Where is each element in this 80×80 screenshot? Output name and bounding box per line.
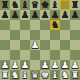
square-b5[interactable] bbox=[10, 30, 20, 40]
square-a5[interactable] bbox=[0, 30, 10, 40]
square-g6[interactable] bbox=[60, 20, 70, 30]
piece-white-knight[interactable]: ♞ bbox=[61, 70, 70, 80]
square-e6[interactable] bbox=[40, 20, 50, 30]
square-c7[interactable]: ♟ bbox=[20, 10, 30, 20]
piece-black-pawn[interactable]: ♟ bbox=[41, 10, 50, 20]
square-g4[interactable] bbox=[60, 40, 70, 50]
square-a6[interactable] bbox=[0, 20, 10, 30]
square-c6[interactable] bbox=[20, 20, 30, 30]
square-c5[interactable] bbox=[20, 30, 30, 40]
square-b7[interactable]: ♟ bbox=[10, 10, 20, 20]
piece-white-knight[interactable]: ♞ bbox=[11, 70, 20, 80]
piece-black-knight[interactable]: ♞ bbox=[51, 20, 60, 30]
square-a7[interactable]: ♟ bbox=[0, 10, 10, 20]
piece-black-pawn[interactable]: ♟ bbox=[1, 10, 10, 20]
square-d4[interactable]: ♟ bbox=[30, 40, 40, 50]
square-c4[interactable] bbox=[20, 40, 30, 50]
piece-black-pawn[interactable]: ♟ bbox=[71, 10, 80, 20]
square-e5[interactable] bbox=[40, 30, 50, 40]
square-b4[interactable] bbox=[10, 40, 20, 50]
piece-black-pawn[interactable]: ♟ bbox=[31, 10, 40, 20]
square-h5[interactable] bbox=[70, 30, 80, 40]
piece-white-rook[interactable]: ♜ bbox=[71, 70, 80, 80]
piece-black-pawn[interactable]: ♟ bbox=[21, 10, 30, 20]
piece-black-pawn[interactable]: ♟ bbox=[11, 10, 20, 20]
square-g7[interactable]: ♟ bbox=[60, 10, 70, 20]
piece-white-king[interactable]: ♚ bbox=[41, 70, 50, 80]
piece-black-pawn[interactable]: ♟ bbox=[61, 10, 70, 20]
square-a4[interactable] bbox=[0, 40, 10, 50]
square-f4[interactable] bbox=[50, 40, 60, 50]
piece-white-pawn[interactable]: ♟ bbox=[31, 40, 40, 50]
square-h1[interactable]: ♜ bbox=[70, 70, 80, 80]
piece-white-bishop[interactable]: ♝ bbox=[21, 70, 30, 80]
square-h6[interactable] bbox=[70, 20, 80, 30]
square-g1[interactable]: ♞ bbox=[60, 70, 70, 80]
square-f1[interactable]: ♝ bbox=[50, 70, 60, 80]
square-c1[interactable]: ♝ bbox=[20, 70, 30, 80]
square-d6[interactable] bbox=[30, 20, 40, 30]
square-f6[interactable]: ♞ bbox=[50, 20, 60, 30]
piece-white-bishop[interactable]: ♝ bbox=[51, 70, 60, 80]
chess-board: ♜♞♝♛♚♝♜♟♟♟♟♟♟♟♟♞♟♟♟♟♟♟♟♟♜♞♝♛♚♝♞♜ bbox=[0, 0, 80, 80]
square-d7[interactable]: ♟ bbox=[30, 10, 40, 20]
square-d1[interactable]: ♛ bbox=[30, 70, 40, 80]
square-e1[interactable]: ♚ bbox=[40, 70, 50, 80]
square-d3[interactable] bbox=[30, 50, 40, 60]
square-b6[interactable] bbox=[10, 20, 20, 30]
square-b1[interactable]: ♞ bbox=[10, 70, 20, 80]
square-e7[interactable]: ♟ bbox=[40, 10, 50, 20]
square-g5[interactable] bbox=[60, 30, 70, 40]
square-h4[interactable] bbox=[70, 40, 80, 50]
square-e4[interactable] bbox=[40, 40, 50, 50]
square-a1[interactable]: ♜ bbox=[0, 70, 10, 80]
square-h7[interactable]: ♟ bbox=[70, 10, 80, 20]
square-f5[interactable] bbox=[50, 30, 60, 40]
piece-white-rook[interactable]: ♜ bbox=[1, 70, 10, 80]
piece-white-queen[interactable]: ♛ bbox=[31, 70, 40, 80]
